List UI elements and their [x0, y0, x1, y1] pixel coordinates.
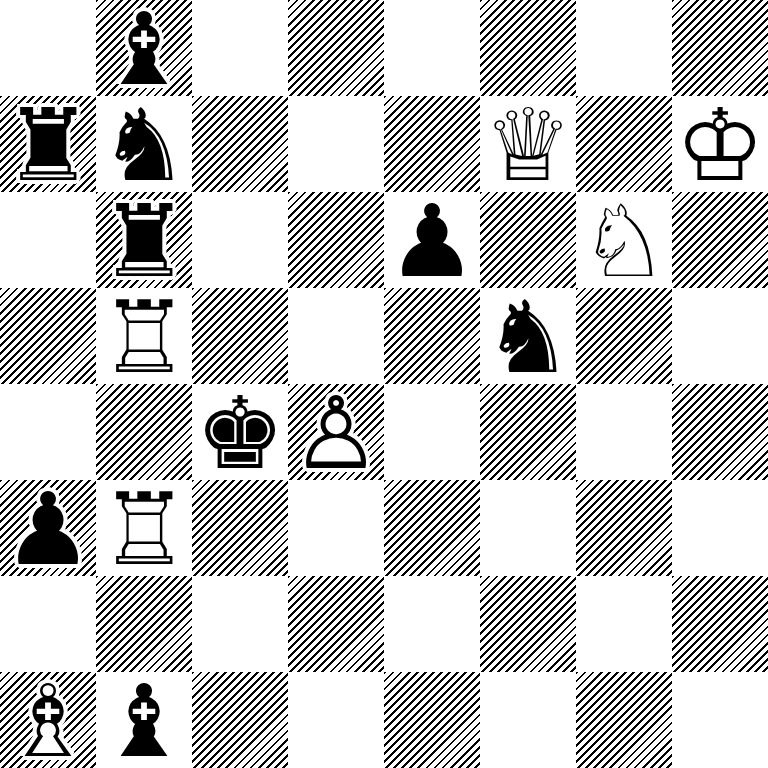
square-h4[interactable] — [672, 384, 768, 480]
black-rook-glyph: ♜ — [99, 192, 189, 288]
black-knight-glyph: ♞ — [99, 96, 189, 192]
black-bishop[interactable]: ♝♝ — [96, 0, 192, 96]
black-knight[interactable]: ♞♞ — [96, 96, 192, 192]
square-h1[interactable] — [672, 672, 768, 768]
square-c2[interactable] — [192, 576, 288, 672]
square-a8[interactable] — [0, 0, 96, 96]
square-d1[interactable] — [288, 672, 384, 768]
white-rook[interactable]: ♜♖ — [96, 480, 192, 576]
black-king[interactable]: ♚♚ — [192, 384, 288, 480]
square-e7[interactable] — [384, 96, 480, 192]
square-b4[interactable] — [96, 384, 192, 480]
square-f8[interactable] — [480, 0, 576, 96]
square-f4[interactable] — [480, 384, 576, 480]
square-e4[interactable] — [384, 384, 480, 480]
white-rook-glyph: ♖ — [99, 480, 189, 576]
black-king-glyph: ♚ — [195, 384, 285, 480]
white-bishop-glyph: ♗ — [3, 672, 93, 768]
square-d7[interactable] — [288, 96, 384, 192]
square-c5[interactable] — [192, 288, 288, 384]
square-g3[interactable] — [576, 480, 672, 576]
white-pawn[interactable]: ♟♙ — [288, 384, 384, 480]
square-a7[interactable]: ♜♜ — [0, 96, 96, 192]
square-c4[interactable]: ♚♚ — [192, 384, 288, 480]
square-e1[interactable] — [384, 672, 480, 768]
square-c1[interactable] — [192, 672, 288, 768]
chessboard: ♝♝♜♜♞♞♛♕♚♔♜♜♟♟♞♘♜♖♞♞♚♚♟♙♟♟♜♖♝♗♝♝ — [0, 0, 768, 768]
square-e5[interactable] — [384, 288, 480, 384]
square-h6[interactable] — [672, 192, 768, 288]
white-rook[interactable]: ♜♖ — [96, 288, 192, 384]
square-c6[interactable] — [192, 192, 288, 288]
square-f7[interactable]: ♛♕ — [480, 96, 576, 192]
square-g5[interactable] — [576, 288, 672, 384]
square-e2[interactable] — [384, 576, 480, 672]
square-c7[interactable] — [192, 96, 288, 192]
black-knight[interactable]: ♞♞ — [480, 288, 576, 384]
square-b1[interactable]: ♝♝ — [96, 672, 192, 768]
square-h7[interactable]: ♚♔ — [672, 96, 768, 192]
black-rook-glyph: ♜ — [3, 96, 93, 192]
square-d5[interactable] — [288, 288, 384, 384]
black-bishop-glyph: ♝ — [99, 0, 189, 96]
square-d3[interactable] — [288, 480, 384, 576]
square-g7[interactable] — [576, 96, 672, 192]
square-a4[interactable] — [0, 384, 96, 480]
square-e6[interactable]: ♟♟ — [384, 192, 480, 288]
square-c8[interactable] — [192, 0, 288, 96]
square-d4[interactable]: ♟♙ — [288, 384, 384, 480]
white-knight-glyph: ♘ — [579, 192, 669, 288]
square-h8[interactable] — [672, 0, 768, 96]
square-a2[interactable] — [0, 576, 96, 672]
square-d2[interactable] — [288, 576, 384, 672]
square-b5[interactable]: ♜♖ — [96, 288, 192, 384]
black-bishop-glyph: ♝ — [99, 672, 189, 768]
square-b7[interactable]: ♞♞ — [96, 96, 192, 192]
square-e3[interactable] — [384, 480, 480, 576]
white-king[interactable]: ♚♔ — [672, 96, 768, 192]
black-knight-glyph: ♞ — [483, 288, 573, 384]
white-knight[interactable]: ♞♘ — [576, 192, 672, 288]
square-f6[interactable] — [480, 192, 576, 288]
square-a1[interactable]: ♝♗ — [0, 672, 96, 768]
square-a5[interactable] — [0, 288, 96, 384]
square-d8[interactable] — [288, 0, 384, 96]
white-pawn-glyph: ♙ — [291, 384, 381, 480]
square-a6[interactable] — [0, 192, 96, 288]
black-rook[interactable]: ♜♜ — [96, 192, 192, 288]
black-pawn-glyph: ♟ — [387, 192, 477, 288]
square-f1[interactable] — [480, 672, 576, 768]
square-f2[interactable] — [480, 576, 576, 672]
black-pawn[interactable]: ♟♟ — [0, 480, 96, 576]
square-e8[interactable] — [384, 0, 480, 96]
white-king-glyph: ♔ — [675, 96, 765, 192]
square-g4[interactable] — [576, 384, 672, 480]
square-b3[interactable]: ♜♖ — [96, 480, 192, 576]
black-pawn[interactable]: ♟♟ — [384, 192, 480, 288]
square-f3[interactable] — [480, 480, 576, 576]
white-rook-glyph: ♖ — [99, 288, 189, 384]
square-b6[interactable]: ♜♜ — [96, 192, 192, 288]
white-queen[interactable]: ♛♕ — [480, 96, 576, 192]
black-bishop[interactable]: ♝♝ — [96, 672, 192, 768]
square-h5[interactable] — [672, 288, 768, 384]
black-rook[interactable]: ♜♜ — [0, 96, 96, 192]
black-pawn-glyph: ♟ — [3, 480, 93, 576]
white-bishop[interactable]: ♝♗ — [0, 672, 96, 768]
square-d6[interactable] — [288, 192, 384, 288]
square-g1[interactable] — [576, 672, 672, 768]
square-h2[interactable] — [672, 576, 768, 672]
square-b8[interactable]: ♝♝ — [96, 0, 192, 96]
square-c3[interactable] — [192, 480, 288, 576]
square-f5[interactable]: ♞♞ — [480, 288, 576, 384]
square-g6[interactable]: ♞♘ — [576, 192, 672, 288]
white-queen-glyph: ♕ — [483, 96, 573, 192]
square-g8[interactable] — [576, 0, 672, 96]
square-h3[interactable] — [672, 480, 768, 576]
square-b2[interactable] — [96, 576, 192, 672]
square-a3[interactable]: ♟♟ — [0, 480, 96, 576]
square-g2[interactable] — [576, 576, 672, 672]
